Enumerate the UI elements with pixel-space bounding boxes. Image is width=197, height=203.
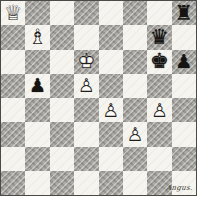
square-g4[interactable]: ♟♙ (147, 98, 171, 122)
square-b8[interactable] (25, 1, 49, 25)
square-c1[interactable] (50, 171, 74, 195)
piece-white-bishop: ♗ (25, 25, 49, 49)
square-b7[interactable]: ♝♗ (25, 25, 49, 49)
piece-white-queen: ♕ (1, 1, 25, 25)
square-c2[interactable] (50, 147, 74, 171)
square-e4[interactable]: ♟♙ (99, 98, 123, 122)
piece-white-pawn: ♙ (147, 98, 171, 122)
square-c4[interactable] (50, 98, 74, 122)
square-a4[interactable] (1, 98, 25, 122)
piece-white-pawn-fill: ♟ (123, 122, 147, 146)
square-a5[interactable] (1, 74, 25, 98)
piece-black-pawn: ♟ (172, 50, 196, 74)
piece-white-pawn-fill: ♟ (147, 98, 171, 122)
piece-white-pawn: ♙ (99, 98, 123, 122)
square-e6[interactable] (99, 50, 123, 74)
piece-white-pawn: ♙ (123, 122, 147, 146)
square-b2[interactable] (25, 147, 49, 171)
square-h6[interactable]: ♟ (172, 50, 196, 74)
square-a6[interactable] (1, 50, 25, 74)
square-g7[interactable]: ♛ (147, 25, 171, 49)
square-h7[interactable] (172, 25, 196, 49)
piece-white-pawn-fill: ♟ (99, 98, 123, 122)
square-d3[interactable] (74, 122, 98, 146)
square-d6[interactable]: ♚♔ (74, 50, 98, 74)
piece-white-pawn-fill: ♟ (74, 74, 98, 98)
square-d2[interactable] (74, 147, 98, 171)
square-g5[interactable] (147, 74, 171, 98)
square-a7[interactable] (1, 25, 25, 49)
piece-white-king: ♔ (74, 50, 98, 74)
square-d8[interactable] (74, 1, 98, 25)
square-g6[interactable]: ♚ (147, 50, 171, 74)
artist-signature: Angus. (166, 184, 194, 192)
square-g3[interactable] (147, 122, 171, 146)
square-d1[interactable] (74, 171, 98, 195)
piece-white-queen-fill: ♛ (1, 1, 25, 25)
square-c6[interactable] (50, 50, 74, 74)
square-a3[interactable] (1, 122, 25, 146)
square-b1[interactable] (25, 171, 49, 195)
square-b5[interactable]: ♟ (25, 74, 49, 98)
square-a8[interactable]: ♛♕ (1, 1, 25, 25)
piece-black-king: ♚ (147, 50, 171, 74)
square-f6[interactable] (123, 50, 147, 74)
square-c5[interactable] (50, 74, 74, 98)
square-d5[interactable]: ♟♙ (74, 74, 98, 98)
piece-white-pawn: ♙ (74, 74, 98, 98)
square-g8[interactable] (147, 1, 171, 25)
square-h2[interactable] (172, 147, 196, 171)
square-a1[interactable] (1, 171, 25, 195)
square-g2[interactable] (147, 147, 171, 171)
square-f5[interactable] (123, 74, 147, 98)
square-h3[interactable] (172, 122, 196, 146)
square-d7[interactable] (74, 25, 98, 49)
square-e8[interactable] (99, 1, 123, 25)
square-b6[interactable] (25, 50, 49, 74)
piece-black-queen: ♛ (147, 25, 171, 49)
square-c7[interactable] (50, 25, 74, 49)
piece-black-rook: ♜ (172, 1, 196, 25)
piece-white-bishop-fill: ♝ (25, 25, 49, 49)
square-f1[interactable] (123, 171, 147, 195)
square-f3[interactable]: ♟♙ (123, 122, 147, 146)
square-d4[interactable] (74, 98, 98, 122)
square-f7[interactable] (123, 25, 147, 49)
square-e1[interactable] (99, 171, 123, 195)
square-h5[interactable] (172, 74, 196, 98)
square-e2[interactable] (99, 147, 123, 171)
square-f2[interactable] (123, 147, 147, 171)
square-c8[interactable] (50, 1, 74, 25)
square-b3[interactable] (25, 122, 49, 146)
square-h4[interactable] (172, 98, 196, 122)
square-c3[interactable] (50, 122, 74, 146)
square-e7[interactable] (99, 25, 123, 49)
square-e5[interactable] (99, 74, 123, 98)
square-f4[interactable] (123, 98, 147, 122)
square-e3[interactable] (99, 122, 123, 146)
piece-black-pawn: ♟ (25, 74, 49, 98)
square-f8[interactable] (123, 1, 147, 25)
square-h8[interactable]: ♜ (172, 1, 196, 25)
piece-white-king-fill: ♚ (74, 50, 98, 74)
chess-board: ♛♕♜♝♗♛♚♔♚♟♟♟♙♟♙♟♙♟♙ (0, 0, 197, 196)
square-b4[interactable] (25, 98, 49, 122)
square-a2[interactable] (1, 147, 25, 171)
